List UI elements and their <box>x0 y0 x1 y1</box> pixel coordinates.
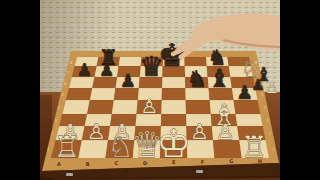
captured-black-pawn: ♟ <box>251 76 264 94</box>
square-e4 <box>161 100 186 114</box>
rank-label-left-3: 3 <box>54 118 57 123</box>
square-a5 <box>66 88 92 100</box>
piece-black-pawn-a7: ♟ <box>77 60 92 80</box>
piece-white-pawn-g2: ♙ <box>216 119 235 144</box>
brass-latch <box>196 170 203 173</box>
piece-black-knight-f6: ♞ <box>186 66 206 92</box>
video-frame: { "game": "chess", "scene_type": "overhe… <box>0 0 320 180</box>
piece-black-pawn-b7: ♟ <box>99 60 114 80</box>
letterbox-bar-left <box>0 0 40 180</box>
square-b5 <box>90 88 116 100</box>
brass-latch <box>66 173 73 176</box>
rank-label-left-6: 6 <box>64 81 67 86</box>
square-e6 <box>162 77 185 88</box>
captured-white-pawn: ♙ <box>265 79 278 97</box>
file-label-F: F <box>201 159 204 165</box>
square-f8 <box>185 57 207 66</box>
square-a4 <box>62 100 90 114</box>
file-label-G: G <box>229 158 233 164</box>
piece-white-rook-h1: ♖ <box>241 130 267 164</box>
piece-white-pawn-b2: ♙ <box>87 119 106 144</box>
rank-label-right-3: 3 <box>266 118 269 123</box>
rank-label-right-4: 4 <box>264 105 267 110</box>
piece-white-pawn-d4: ♙ <box>141 95 159 118</box>
piece-black-bishop-g6: ♝ <box>208 64 231 93</box>
rank-label-left-4: 4 <box>58 105 61 110</box>
square-b4 <box>87 100 114 114</box>
piece-white-pawn-f2: ♙ <box>190 119 209 144</box>
rank-label-right-1: 1 <box>272 147 275 152</box>
file-label-B: B <box>86 161 90 167</box>
piece-black-pawn-h5: ♟ <box>236 82 253 103</box>
piece-black-pawn-c6: ♟ <box>120 70 136 91</box>
piece-white-king-e1: ♔ <box>156 121 191 166</box>
rank-label-left-7: 7 <box>67 70 70 75</box>
chessboard-photo: ABCDEFGH1122334455667788♘♝♟♙♜♞♟♟♛♟♞♝♟♙♗♙… <box>0 0 320 180</box>
square-f4 <box>186 100 211 114</box>
rank-label-left-1: 1 <box>47 147 50 152</box>
piece-white-rook-a1: ♖ <box>54 130 80 164</box>
square-c4 <box>112 100 138 114</box>
square-e5 <box>162 88 186 100</box>
rank-label-left-5: 5 <box>61 92 64 97</box>
square-c8 <box>119 57 142 66</box>
rank-label-left-8: 8 <box>70 60 73 65</box>
letterbox-bar-right <box>280 0 320 180</box>
piece-white-knight-c1: ♘ <box>107 131 132 164</box>
square-h3 <box>236 114 263 126</box>
rank-label-right-2: 2 <box>269 131 272 136</box>
